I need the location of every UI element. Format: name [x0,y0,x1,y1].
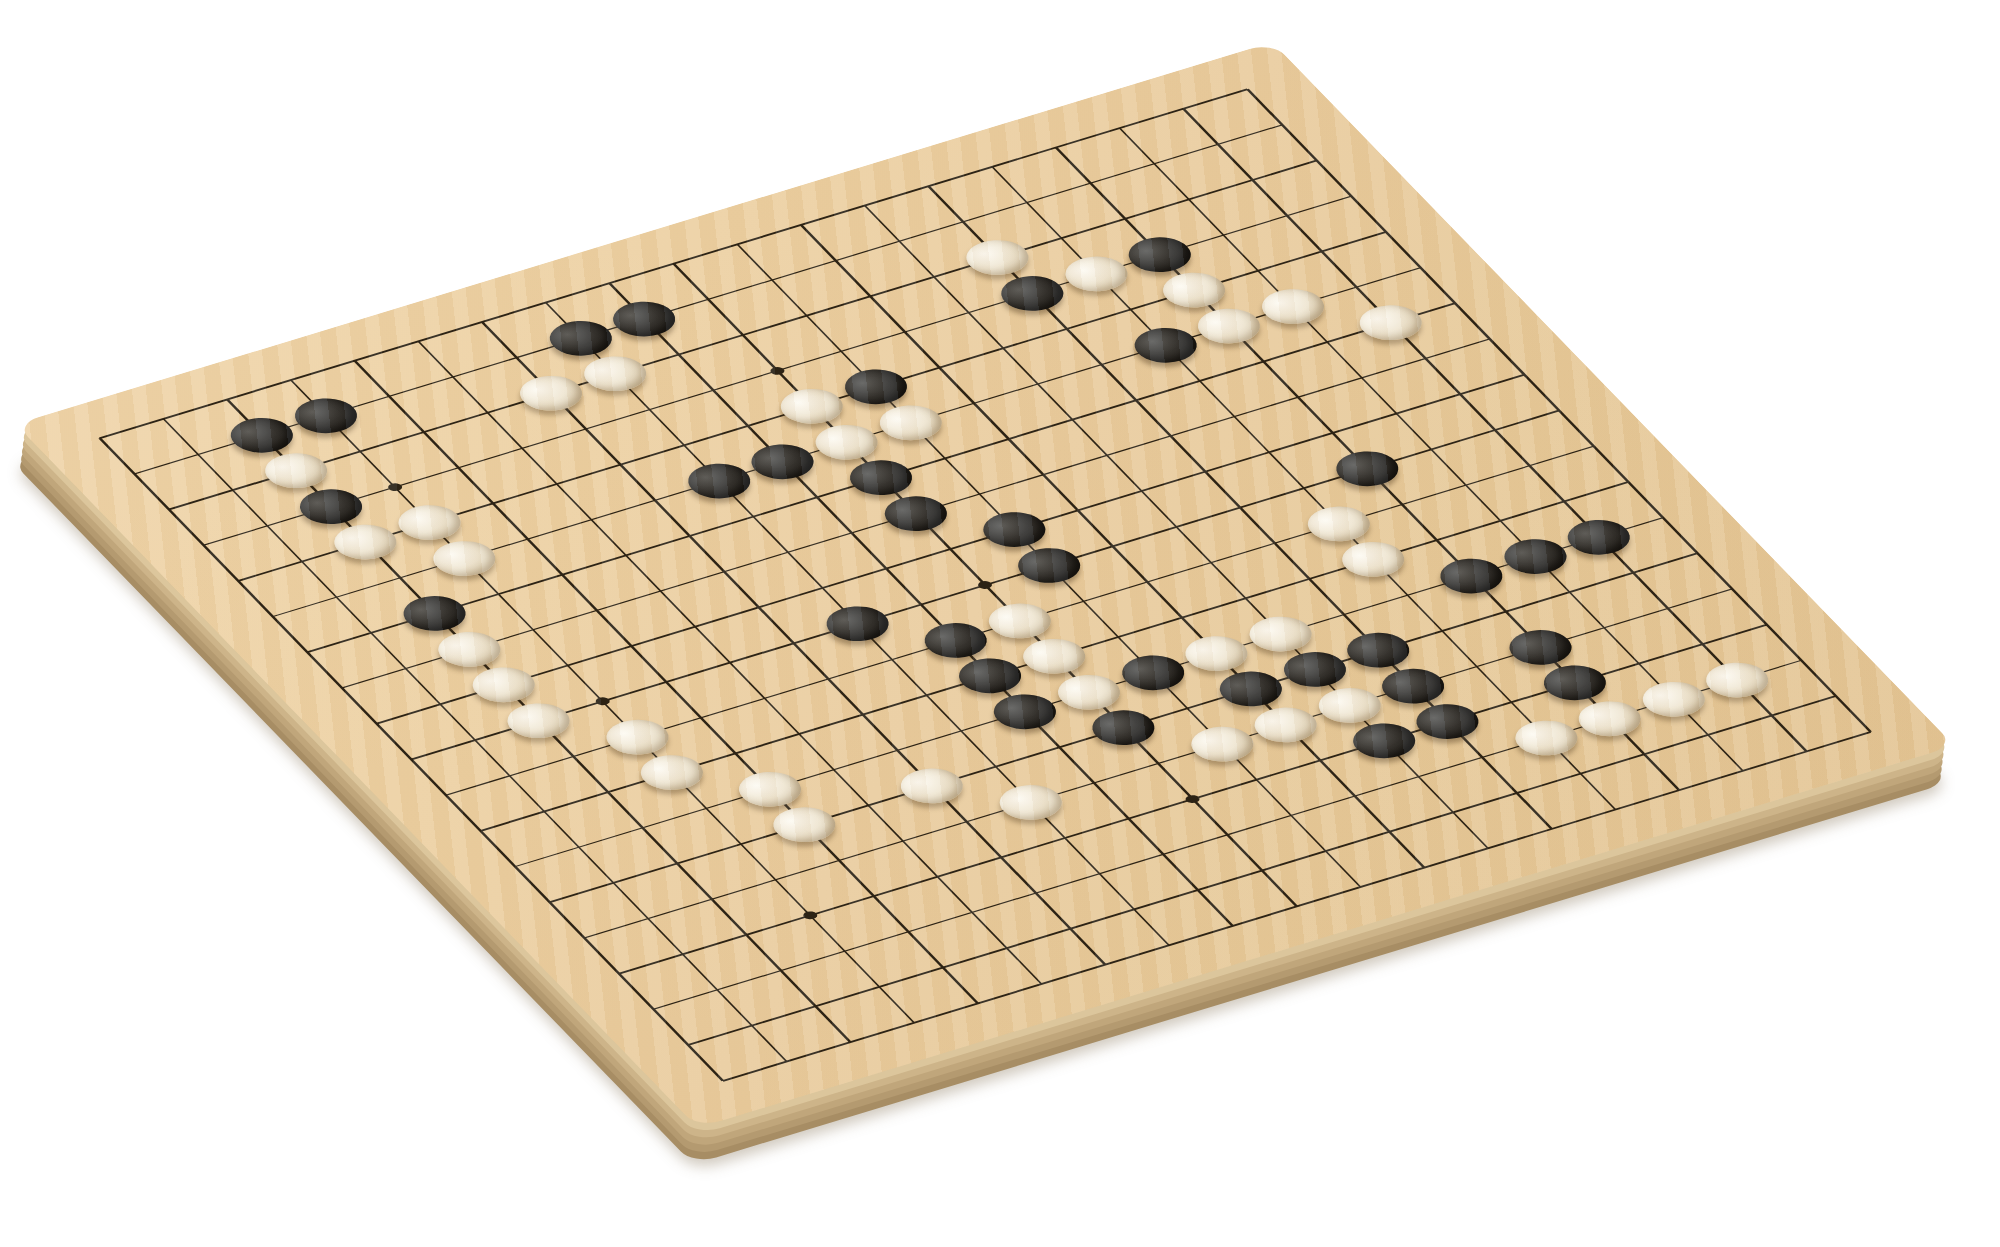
grid-line-horizontal [687,696,1836,1046]
white-stone [1307,682,1391,729]
black-stone [1429,552,1513,599]
black-stone [1007,542,1091,589]
grid-line-horizontal [722,731,1871,1081]
white-stone [989,779,1073,826]
white-stone [422,535,506,582]
black-stone [393,590,477,637]
grid-line-vertical [800,225,1425,868]
white-stone [1244,701,1328,748]
black-stone [1499,624,1583,671]
black-stone [677,457,761,504]
black-stone [972,506,1056,553]
black-stone [1209,666,1293,713]
white-stone [1349,299,1433,346]
black-stone [983,688,1067,735]
white-stone [462,661,546,708]
black-stone [1493,533,1577,580]
white-stone [1632,676,1716,723]
white-stone [763,801,847,848]
white-stone [1251,283,1335,330]
product-photo-stage: Wooden 19x19 Go board with game in progr… [0,0,2000,1247]
black-stone [1081,704,1165,751]
white-stone [978,597,1062,644]
black-stone [834,364,918,411]
white-stone [1152,267,1236,314]
white-stone [1238,610,1322,657]
white-stone [1174,630,1258,677]
white-stone [497,697,581,744]
black-stone [1123,322,1207,369]
go-grid [100,89,1871,1081]
black-stone [948,652,1032,699]
black-stone [741,438,825,485]
white-stone [956,234,1040,281]
white-stone [1568,695,1652,742]
black-stone [283,392,367,439]
white-stone [1012,633,1096,680]
white-stone [804,419,888,466]
white-stone [770,383,854,430]
black-stone [839,454,923,501]
black-stone [914,617,998,664]
white-stone [573,350,657,397]
black-stone [1336,627,1420,674]
white-stone [1054,250,1138,297]
white-stone [1296,500,1380,547]
black-stone [1533,659,1617,706]
black-stone [815,600,899,647]
black-stone [602,295,686,342]
white-stone [1504,714,1588,761]
grid-line-vertical [1182,108,1807,751]
white-stone [387,499,471,546]
black-stone [1342,718,1426,765]
black-stone [289,483,373,530]
white-stone [728,766,812,813]
black-stone [1273,646,1357,693]
black-stone [990,270,1074,317]
white-stone [1695,656,1779,703]
white-stone [630,749,714,796]
white-stone [509,370,593,417]
black-stone [1557,513,1641,560]
black-stone [1326,445,1410,492]
white-stone [1180,721,1264,768]
white-stone [254,447,338,494]
white-stone [868,399,952,446]
black-stone [220,412,304,459]
black-stone [1371,662,1455,709]
black-stone [1406,698,1490,745]
white-stone [1331,536,1415,583]
white-stone [595,713,679,760]
white-stone [427,626,511,673]
black-stone [874,490,958,537]
black-stone [1111,649,1195,696]
black-stone [538,315,622,362]
white-stone [890,762,974,809]
white-stone [324,519,408,566]
go-board [15,42,1954,1128]
white-stone [1187,302,1271,349]
white-stone [1047,669,1131,716]
black-stone [1118,231,1202,278]
